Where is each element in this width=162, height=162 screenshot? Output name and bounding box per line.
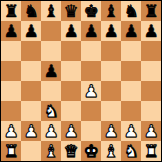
square-f7[interactable]: ♟ [101,21,121,41]
square-a5[interactable] [1,61,21,81]
piece-black-pawn-d7: ♟ [63,21,78,41]
square-b6[interactable] [21,41,41,61]
square-a8[interactable]: ♜ [1,1,21,21]
square-a3[interactable] [1,101,21,121]
square-a4[interactable] [1,81,21,101]
square-f6[interactable] [101,41,121,61]
square-e8[interactable]: ♚ [81,1,101,21]
square-h3[interactable] [141,101,161,121]
square-a6[interactable] [1,41,21,61]
square-e3[interactable] [81,101,101,121]
piece-white-pawn-c2: ♟ [43,121,58,141]
piece-black-pawn-f7: ♟ [103,21,118,41]
piece-white-queen-d1: ♛ [63,141,78,161]
square-c3[interactable]: ♞ [41,101,61,121]
square-a2[interactable]: ♟ [1,121,21,141]
square-f1[interactable]: ♝ [101,141,121,161]
square-c1[interactable]: ♝ [41,141,61,161]
piece-black-rook-a8: ♜ [3,1,18,21]
piece-white-rook-a1: ♜ [3,141,18,161]
piece-black-knight-g8: ♞ [123,1,138,21]
piece-black-knight-b8: ♞ [23,1,38,21]
piece-white-king-e1: ♚ [83,141,98,161]
square-d5[interactable] [61,61,81,81]
square-g6[interactable] [121,41,141,61]
square-h5[interactable] [141,61,161,81]
square-b3[interactable] [21,101,41,121]
square-b4[interactable] [21,81,41,101]
piece-white-bishop-f1: ♝ [103,141,118,161]
piece-black-pawn-g7: ♟ [123,21,138,41]
square-b7[interactable]: ♟ [21,21,41,41]
piece-black-bishop-c8: ♝ [43,1,58,21]
square-c8[interactable]: ♝ [41,1,61,21]
piece-white-pawn-a2: ♟ [3,121,18,141]
square-f8[interactable]: ♝ [101,1,121,21]
square-d8[interactable]: ♛ [61,1,81,21]
square-e6[interactable] [81,41,101,61]
piece-black-pawn-e7: ♟ [83,21,98,41]
piece-black-pawn-c5: ♟ [43,61,58,81]
square-e4[interactable]: ♟ [81,81,101,101]
square-h2[interactable]: ♟ [141,121,161,141]
square-f3[interactable] [101,101,121,121]
piece-white-pawn-b2: ♟ [23,121,38,141]
square-f5[interactable] [101,61,121,81]
square-d6[interactable] [61,41,81,61]
square-b8[interactable]: ♞ [21,1,41,21]
piece-white-pawn-h2: ♟ [143,121,158,141]
piece-black-pawn-a7: ♟ [3,21,18,41]
square-d3[interactable] [61,101,81,121]
piece-white-rook-h1: ♜ [143,141,158,161]
square-g8[interactable]: ♞ [121,1,141,21]
piece-black-bishop-f8: ♝ [103,1,118,21]
square-g3[interactable] [121,101,141,121]
piece-black-rook-h8: ♜ [143,1,158,21]
square-h7[interactable]: ♟ [141,21,161,41]
piece-black-pawn-h7: ♟ [143,21,158,41]
square-c7[interactable] [41,21,61,41]
square-a7[interactable]: ♟ [1,21,21,41]
square-e1[interactable]: ♚ [81,141,101,161]
square-e5[interactable] [81,61,101,81]
piece-black-queen-d8: ♛ [63,1,78,21]
square-h8[interactable]: ♜ [141,1,161,21]
square-h6[interactable] [141,41,161,61]
piece-white-knight-c3: ♞ [43,101,58,121]
square-e7[interactable]: ♟ [81,21,101,41]
square-g7[interactable]: ♟ [121,21,141,41]
square-a1[interactable]: ♜ [1,141,21,161]
chess-board: ♜♞♝♛♚♝♞♜♟♟♟♟♟♟♟♟♟♞♟♟♟♟♟♟♟♜♝♛♚♝♞♜ [0,0,162,162]
piece-black-king-e8: ♚ [83,1,98,21]
square-e2[interactable] [81,121,101,141]
square-g2[interactable]: ♟ [121,121,141,141]
piece-white-pawn-d2: ♟ [63,121,78,141]
square-d2[interactable]: ♟ [61,121,81,141]
square-g5[interactable] [121,61,141,81]
square-d7[interactable]: ♟ [61,21,81,41]
piece-white-pawn-f2: ♟ [103,121,118,141]
piece-white-pawn-e4: ♟ [83,81,98,101]
square-f4[interactable] [101,81,121,101]
piece-black-pawn-b7: ♟ [23,21,38,41]
piece-white-pawn-g2: ♟ [123,121,138,141]
square-h1[interactable]: ♜ [141,141,161,161]
piece-white-bishop-c1: ♝ [43,141,58,161]
square-c2[interactable]: ♟ [41,121,61,141]
square-b5[interactable] [21,61,41,81]
piece-white-knight-g1: ♞ [123,141,138,161]
square-c4[interactable] [41,81,61,101]
square-c6[interactable] [41,41,61,61]
square-h4[interactable] [141,81,161,101]
square-g1[interactable]: ♞ [121,141,141,161]
square-f2[interactable]: ♟ [101,121,121,141]
square-g4[interactable] [121,81,141,101]
square-d4[interactable] [61,81,81,101]
square-b2[interactable]: ♟ [21,121,41,141]
square-d1[interactable]: ♛ [61,141,81,161]
square-b1[interactable] [21,141,41,161]
square-c5[interactable]: ♟ [41,61,61,81]
